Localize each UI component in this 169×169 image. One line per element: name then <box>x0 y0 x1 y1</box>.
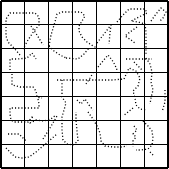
path-stroke <box>43 116 57 139</box>
dotted-path <box>6 8 166 158</box>
path-stroke <box>62 80 78 145</box>
path-stroke <box>49 46 66 58</box>
path-stroke <box>12 74 42 98</box>
puzzle-board <box>0 0 169 169</box>
path-stroke <box>31 26 43 45</box>
grid-lines <box>1 1 168 168</box>
path-stroke <box>151 8 166 22</box>
path-stroke <box>162 90 165 112</box>
path-stroke <box>8 134 26 141</box>
path-stroke <box>134 62 142 70</box>
board-svg <box>0 0 169 169</box>
path-stroke <box>98 55 117 70</box>
path-stroke <box>97 25 111 44</box>
path-stroke <box>124 68 147 110</box>
path-stroke <box>86 73 93 84</box>
path-stroke <box>57 79 124 80</box>
path-stroke <box>123 108 133 116</box>
path-stroke <box>88 112 127 147</box>
path-stroke <box>10 53 36 70</box>
path-stroke <box>77 99 93 110</box>
path-stroke <box>146 58 153 104</box>
path-stroke <box>66 48 89 59</box>
path-stroke <box>125 27 137 44</box>
path-stroke <box>6 134 57 158</box>
path-stroke <box>150 152 154 156</box>
